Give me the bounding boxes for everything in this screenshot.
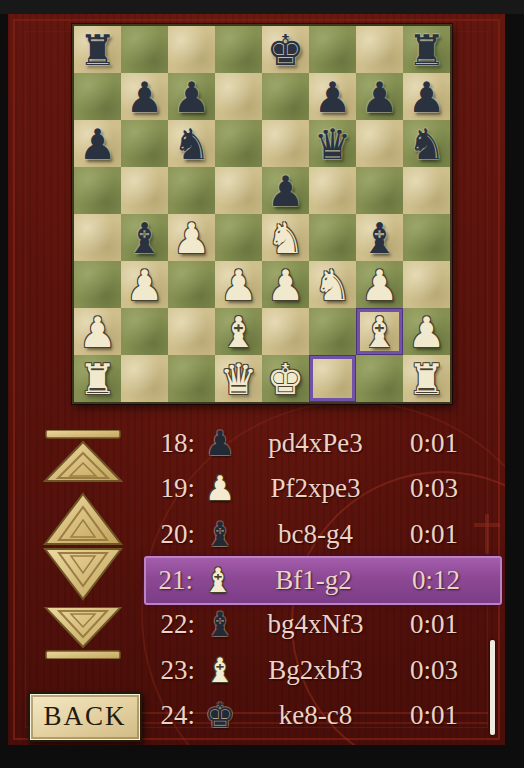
black-pawn: ♟ (309, 73, 356, 120)
game-review-panel: ♜♚♜♟♟♟♟♟♟♞♛♞♟♝♟♞♝♟♟♟♞♟♟♝♝♟♜♛♚♜ 18:♟pd4xP… (8, 14, 505, 745)
square-d2[interactable]: ♝ (215, 308, 262, 355)
move-notation: Bf1-g2 (243, 565, 384, 596)
square-c4[interactable]: ♟ (168, 214, 215, 261)
move-number: 19: (148, 473, 195, 504)
move-row-24[interactable]: 24:♚ke8-c80:01 (148, 693, 498, 738)
move-number: 18: (148, 428, 195, 459)
white-rook: ♜ (74, 355, 121, 402)
white-pawn: ♟ (121, 261, 168, 308)
white-pawn: ♟ (356, 261, 403, 308)
square-e5[interactable]: ♟ (262, 167, 309, 214)
square-g5[interactable] (356, 167, 403, 214)
square-c1[interactable] (168, 355, 215, 402)
square-c2[interactable] (168, 308, 215, 355)
skip-to-end-icon (43, 607, 123, 659)
move-row-20[interactable]: 20:♝bc8-g40:01 (148, 512, 498, 557)
app-screen: ♜♚♜♟♟♟♟♟♟♞♛♞♟♝♟♞♝♟♟♟♞♟♟♝♝♟♜♛♚♜ 18:♟pd4xP… (0, 0, 524, 768)
white-queen: ♛ (215, 355, 262, 402)
move-row-21[interactable]: 21:♝Bf1-g20:12 (144, 556, 502, 605)
square-g4[interactable]: ♝ (356, 214, 403, 261)
move-number: 22: (148, 609, 195, 640)
square-e8[interactable]: ♚ (262, 26, 309, 73)
skip-to-start-icon (43, 430, 123, 482)
move-number: 24: (148, 700, 195, 731)
square-f4[interactable] (309, 214, 356, 261)
move-list-scrollbar[interactable] (490, 640, 495, 735)
square-e7[interactable] (262, 73, 309, 120)
white-knight: ♞ (309, 261, 356, 308)
square-h7[interactable]: ♟ (403, 73, 450, 120)
square-f5[interactable] (309, 167, 356, 214)
move-time: 0:01 (386, 428, 498, 459)
square-f7[interactable]: ♟ (309, 73, 356, 120)
next-move-button[interactable] (43, 547, 123, 601)
square-c7[interactable]: ♟ (168, 73, 215, 120)
square-a7[interactable] (74, 73, 121, 120)
square-g8[interactable] (356, 26, 403, 73)
black-pawn: ♟ (403, 73, 450, 120)
black-bishop: ♝ (121, 214, 168, 261)
black-king: ♚ (262, 26, 309, 73)
black-bishop: ♝ (356, 214, 403, 261)
black-pawn: ♟ (121, 73, 168, 120)
move-number: 23: (148, 655, 195, 686)
square-f6[interactable]: ♛ (309, 120, 356, 167)
white-pawn: ♟ (168, 214, 215, 261)
white-pawn: ♟ (215, 261, 262, 308)
square-g7[interactable]: ♟ (356, 73, 403, 120)
move-notation: Bg2xbf3 (245, 655, 386, 686)
move-row-23[interactable]: 23:♝Bg2xbf30:03 (148, 648, 498, 693)
square-b3[interactable]: ♟ (121, 261, 168, 308)
square-a6[interactable]: ♟ (74, 120, 121, 167)
black-pawn: ♟ (262, 167, 309, 214)
square-f3[interactable]: ♞ (309, 261, 356, 308)
chess-board[interactable]: ♜♚♜♟♟♟♟♟♟♞♛♞♟♝♟♞♝♟♟♟♞♟♟♝♝♟♜♛♚♜ (72, 24, 452, 404)
move-notation: ke8-c8 (245, 700, 386, 731)
white-rook: ♜ (403, 355, 450, 402)
square-d1[interactable]: ♛ (215, 355, 262, 402)
square-b5[interactable] (121, 167, 168, 214)
move-time: 0:03 (386, 655, 498, 686)
move-notation: pd4xPe3 (245, 428, 386, 459)
black-pawn: ♟ (74, 120, 121, 167)
move-time: 0:12 (384, 565, 500, 596)
move-notation: bg4xNf3 (245, 609, 386, 640)
square-a8[interactable]: ♜ (74, 26, 121, 73)
next-move-icon (43, 547, 123, 601)
square-b4[interactable]: ♝ (121, 214, 168, 261)
move-number: 21: (146, 565, 193, 596)
square-a2[interactable]: ♟ (74, 308, 121, 355)
black-bishop-icon: ♝ (195, 512, 245, 557)
square-d5[interactable] (215, 167, 262, 214)
white-bishop-icon: ♝ (193, 558, 243, 603)
square-b6[interactable] (121, 120, 168, 167)
square-c3[interactable] (168, 261, 215, 308)
move-time: 0:01 (386, 700, 498, 731)
previous-move-icon (43, 492, 123, 546)
black-pawn-icon: ♟ (195, 421, 245, 466)
black-pawn: ♟ (356, 73, 403, 120)
square-h2[interactable]: ♟ (403, 308, 450, 355)
square-g1[interactable] (356, 355, 403, 402)
square-h4[interactable] (403, 214, 450, 261)
black-king-icon: ♚ (195, 693, 245, 738)
square-e4[interactable]: ♞ (262, 214, 309, 261)
square-b8[interactable] (121, 26, 168, 73)
black-queen: ♛ (309, 120, 356, 167)
move-time: 0:01 (386, 519, 498, 550)
square-g2[interactable]: ♝ (356, 308, 403, 355)
square-d8[interactable] (215, 26, 262, 73)
move-notation: bc8-g4 (245, 519, 386, 550)
square-a3[interactable] (74, 261, 121, 308)
skip-to-start-button[interactable] (43, 430, 123, 482)
square-d3[interactable]: ♟ (215, 261, 262, 308)
move-row-18[interactable]: 18:♟pd4xPe30:01 (148, 421, 498, 466)
square-g3[interactable]: ♟ (356, 261, 403, 308)
white-bishop: ♝ (215, 308, 262, 355)
square-h8[interactable]: ♜ (403, 26, 450, 73)
square-b7[interactable]: ♟ (121, 73, 168, 120)
back-button[interactable]: BACK (28, 692, 142, 742)
white-bishop-icon: ♝ (195, 648, 245, 693)
white-pawn: ♟ (262, 261, 309, 308)
white-king: ♚ (262, 355, 309, 402)
square-c8[interactable] (168, 26, 215, 73)
square-e6[interactable] (262, 120, 309, 167)
white-pawn: ♟ (403, 308, 450, 355)
square-g6[interactable] (356, 120, 403, 167)
square-e3[interactable]: ♟ (262, 261, 309, 308)
square-h6[interactable]: ♞ (403, 120, 450, 167)
square-f8[interactable] (309, 26, 356, 73)
white-bishop: ♝ (356, 308, 403, 355)
move-time: 0:01 (386, 609, 498, 640)
square-a5[interactable] (74, 167, 121, 214)
move-row-19[interactable]: 19:♟Pf2xpe30:03 (148, 466, 498, 511)
square-e2[interactable] (262, 308, 309, 355)
square-b2[interactable] (121, 308, 168, 355)
square-f1[interactable] (309, 355, 356, 402)
white-knight: ♞ (262, 214, 309, 261)
move-number: 20: (148, 519, 195, 550)
move-time: 0:03 (386, 473, 498, 504)
move-notation: Pf2xpe3 (245, 473, 386, 504)
square-h1[interactable]: ♜ (403, 355, 450, 402)
square-c5[interactable] (168, 167, 215, 214)
square-c6[interactable]: ♞ (168, 120, 215, 167)
square-a4[interactable] (74, 214, 121, 261)
black-knight: ♞ (403, 120, 450, 167)
black-knight: ♞ (168, 120, 215, 167)
previous-move-button[interactable] (43, 492, 123, 546)
black-pawn: ♟ (168, 73, 215, 120)
square-h3[interactable] (403, 261, 450, 308)
white-pawn-icon: ♟ (195, 466, 245, 511)
status-bar (0, 0, 524, 14)
black-bishop-icon: ♝ (195, 602, 245, 647)
square-e1[interactable]: ♚ (262, 355, 309, 402)
square-b1[interactable] (121, 355, 168, 402)
move-row-22[interactable]: 22:♝bg4xNf30:01 (148, 602, 498, 647)
square-d4[interactable] (215, 214, 262, 261)
square-d6[interactable] (215, 120, 262, 167)
black-rook: ♜ (403, 26, 450, 73)
square-a1[interactable]: ♜ (74, 355, 121, 402)
square-h5[interactable] (403, 167, 450, 214)
square-d7[interactable] (215, 73, 262, 120)
black-rook: ♜ (74, 26, 121, 73)
square-f2[interactable] (309, 308, 356, 355)
skip-to-end-button[interactable] (43, 607, 123, 659)
white-pawn: ♟ (74, 308, 121, 355)
